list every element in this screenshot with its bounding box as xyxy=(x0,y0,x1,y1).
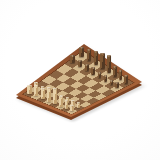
piece-white-queen[interactable]: ♕ xyxy=(47,87,51,102)
piece-black-knight[interactable]: ♞ xyxy=(87,49,92,62)
piece-black-knight[interactable]: ♞ xyxy=(119,70,123,80)
piece-black-pawn[interactable]: ♟ xyxy=(70,55,74,63)
chess-set-photo: ♜♞♝♛♚♝♞♜♟♟♟♟♟♟♟♟♙♙♙♙♙♙♙♙♖♘♗♕♔♗♘♖ xyxy=(0,0,160,160)
piece-black-pawn[interactable]: ♟ xyxy=(115,82,118,88)
piece-white-rook[interactable]: ♖ xyxy=(70,105,74,112)
piece-black-queen[interactable]: ♛ xyxy=(100,53,104,69)
piece-black-bishop[interactable]: ♝ xyxy=(94,51,98,65)
piece-white-rook[interactable]: ♖ xyxy=(27,85,32,94)
piece-black-pawn[interactable]: ♟ xyxy=(91,67,95,75)
piece-white-knight[interactable]: ♘ xyxy=(65,100,68,109)
piece-black-pawn[interactable]: ♟ xyxy=(98,72,102,78)
piece-black-king[interactable]: ♚ xyxy=(107,55,111,73)
piece-white-knight[interactable]: ♘ xyxy=(34,85,38,96)
piece-white-bishop[interactable]: ♗ xyxy=(41,88,45,99)
piece-white-king[interactable]: ♔ xyxy=(53,88,57,105)
piece-white-bishop[interactable]: ♗ xyxy=(59,96,62,106)
piece-black-pawn[interactable]: ♟ xyxy=(104,75,108,82)
piece-black-pawn[interactable]: ♟ xyxy=(85,64,89,71)
piece-black-bishop[interactable]: ♝ xyxy=(113,66,117,77)
piece-black-pawn[interactable]: ♟ xyxy=(110,80,113,86)
piece-black-rook[interactable]: ♜ xyxy=(79,47,84,57)
piece-black-pawn[interactable]: ♟ xyxy=(78,60,82,67)
piece-black-rook[interactable]: ♜ xyxy=(124,75,128,83)
piece-white-pawn[interactable]: ♙ xyxy=(77,102,80,108)
